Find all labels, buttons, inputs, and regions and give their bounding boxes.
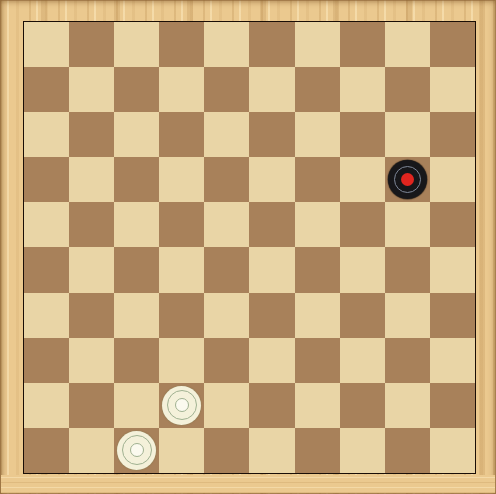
board-square[interactable]: [385, 247, 430, 292]
board-square[interactable]: [249, 293, 294, 338]
board-square: [430, 67, 475, 112]
board-square: [69, 247, 114, 292]
board-square[interactable]: [204, 157, 249, 202]
board-square: [204, 22, 249, 67]
checker-black[interactable]: [388, 160, 427, 199]
board-square: [159, 157, 204, 202]
board-square[interactable]: [69, 112, 114, 157]
board-square: [430, 247, 475, 292]
board-square: [385, 112, 430, 157]
board-square: [114, 293, 159, 338]
board-square: [204, 112, 249, 157]
board-square[interactable]: [159, 112, 204, 157]
board-square: [340, 338, 385, 383]
board-square: [340, 247, 385, 292]
board-square[interactable]: [69, 22, 114, 67]
board-square: [114, 22, 159, 67]
board-square[interactable]: [430, 383, 475, 428]
board-square: [204, 293, 249, 338]
board-square[interactable]: [295, 67, 340, 112]
frame-bottom-rail: [1, 475, 495, 493]
board-square[interactable]: [385, 67, 430, 112]
board-square[interactable]: [340, 293, 385, 338]
checker-white[interactable]: [117, 431, 156, 470]
board-square[interactable]: [159, 202, 204, 247]
board-square: [249, 338, 294, 383]
board-square: [385, 22, 430, 67]
board-square[interactable]: [249, 202, 294, 247]
board-square[interactable]: [159, 293, 204, 338]
board-square: [24, 383, 69, 428]
checkers-board: [23, 21, 476, 474]
board-square: [430, 157, 475, 202]
board-square[interactable]: [159, 383, 204, 428]
board-square: [69, 157, 114, 202]
board-square[interactable]: [159, 22, 204, 67]
board-square: [249, 428, 294, 473]
board-square: [295, 383, 340, 428]
board-square: [295, 202, 340, 247]
board-square: [295, 293, 340, 338]
board-square[interactable]: [204, 428, 249, 473]
board-square[interactable]: [385, 428, 430, 473]
board-square: [69, 428, 114, 473]
board-square[interactable]: [340, 383, 385, 428]
board-square: [24, 293, 69, 338]
board-square[interactable]: [385, 338, 430, 383]
board-square[interactable]: [69, 383, 114, 428]
board-square[interactable]: [249, 22, 294, 67]
board-square[interactable]: [249, 112, 294, 157]
board-square: [24, 112, 69, 157]
board-square: [24, 202, 69, 247]
board-square: [24, 22, 69, 67]
board-square: [295, 22, 340, 67]
board-square[interactable]: [24, 157, 69, 202]
board-square: [159, 338, 204, 383]
board-square[interactable]: [340, 202, 385, 247]
board-square[interactable]: [385, 157, 430, 202]
board-square: [114, 112, 159, 157]
board-square: [385, 202, 430, 247]
board-square[interactable]: [24, 428, 69, 473]
board-square: [385, 293, 430, 338]
board-square: [340, 157, 385, 202]
board-square[interactable]: [430, 293, 475, 338]
board-square[interactable]: [340, 22, 385, 67]
board-square: [249, 157, 294, 202]
board-square: [159, 67, 204, 112]
board-square[interactable]: [295, 247, 340, 292]
board-square: [295, 112, 340, 157]
board-square[interactable]: [204, 338, 249, 383]
board-square[interactable]: [204, 67, 249, 112]
checkers-game: [0, 0, 496, 494]
board-square: [430, 338, 475, 383]
board-square[interactable]: [114, 428, 159, 473]
board-square: [249, 67, 294, 112]
board-square: [114, 202, 159, 247]
board-square: [385, 383, 430, 428]
board-square[interactable]: [24, 67, 69, 112]
board-square: [159, 247, 204, 292]
board-square[interactable]: [430, 22, 475, 67]
board-square[interactable]: [204, 247, 249, 292]
board-square[interactable]: [295, 157, 340, 202]
board-square[interactable]: [295, 338, 340, 383]
board-square[interactable]: [295, 428, 340, 473]
board-square: [69, 67, 114, 112]
board-square: [69, 338, 114, 383]
board-square[interactable]: [114, 157, 159, 202]
board-square: [159, 428, 204, 473]
board-square: [114, 383, 159, 428]
board-square[interactable]: [249, 383, 294, 428]
board-square[interactable]: [69, 293, 114, 338]
board-square[interactable]: [24, 338, 69, 383]
board-square[interactable]: [114, 67, 159, 112]
board-square: [204, 383, 249, 428]
board-square[interactable]: [24, 247, 69, 292]
board-square: [430, 428, 475, 473]
board-square[interactable]: [430, 202, 475, 247]
board-square[interactable]: [114, 338, 159, 383]
board-square[interactable]: [69, 202, 114, 247]
checker-white[interactable]: [162, 386, 201, 425]
board-square[interactable]: [430, 112, 475, 157]
board-square: [204, 202, 249, 247]
board-square: [340, 428, 385, 473]
board-square: [340, 67, 385, 112]
board-square[interactable]: [340, 112, 385, 157]
board-square[interactable]: [114, 247, 159, 292]
board-square: [249, 247, 294, 292]
